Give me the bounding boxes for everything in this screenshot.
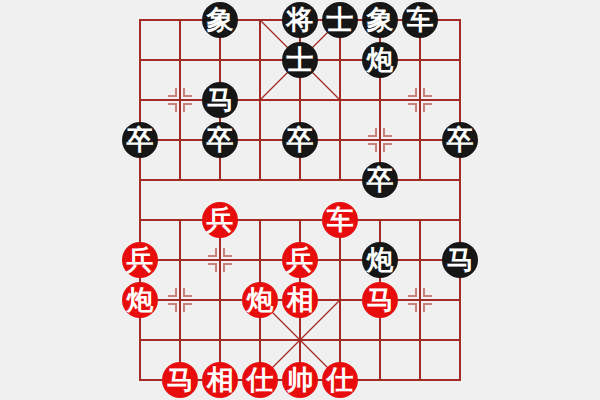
piece-glyph: 将 [287, 2, 314, 38]
piece-red-advisor[interactable]: 仕 [242, 362, 278, 398]
piece-glyph: 马 [167, 362, 194, 398]
piece-glyph: 卒 [447, 122, 474, 158]
piece-glyph: 象 [367, 2, 394, 38]
piece-black-advisor[interactable]: 士 [322, 2, 358, 38]
piece-glyph: 卒 [367, 162, 394, 198]
piece-glyph: 相 [207, 362, 234, 398]
piece-glyph: 兵 [287, 242, 314, 278]
piece-glyph: 象 [207, 2, 234, 38]
piece-red-horse[interactable]: 马 [362, 282, 398, 318]
piece-black-soldier[interactable]: 卒 [442, 122, 478, 158]
piece-glyph: 兵 [127, 242, 154, 278]
piece-glyph: 帅 [287, 362, 314, 398]
piece-black-elephant[interactable]: 象 [202, 2, 238, 38]
piece-black-chariot[interactable]: 车 [402, 2, 438, 38]
piece-black-soldier[interactable]: 卒 [362, 162, 398, 198]
piece-red-general[interactable]: 帅 [282, 362, 318, 398]
piece-glyph: 马 [447, 242, 474, 278]
piece-glyph: 士 [287, 42, 314, 78]
xiangqi-board[interactable]: 象将士象车士炮马卒卒卒卒卒兵车兵兵炮马炮炮相马马相仕帅仕 [0, 0, 600, 400]
piece-red-soldier[interactable]: 兵 [122, 242, 158, 278]
piece-black-cannon[interactable]: 炮 [362, 42, 398, 78]
piece-glyph: 炮 [127, 282, 154, 318]
piece-black-advisor[interactable]: 士 [282, 42, 318, 78]
piece-black-soldier[interactable]: 卒 [282, 122, 318, 158]
piece-glyph: 卒 [287, 122, 314, 158]
piece-red-cannon[interactable]: 炮 [122, 282, 158, 318]
piece-red-elephant[interactable]: 相 [202, 362, 238, 398]
piece-black-cannon[interactable]: 炮 [362, 242, 398, 278]
piece-red-cannon[interactable]: 炮 [242, 282, 278, 318]
piece-glyph: 兵 [207, 202, 234, 238]
piece-black-horse[interactable]: 马 [442, 242, 478, 278]
piece-black-soldier[interactable]: 卒 [122, 122, 158, 158]
piece-glyph: 马 [367, 282, 394, 318]
piece-glyph: 卒 [207, 122, 234, 158]
piece-red-chariot[interactable]: 车 [322, 202, 358, 238]
piece-glyph: 炮 [367, 242, 394, 278]
piece-glyph: 车 [407, 2, 434, 38]
piece-red-horse[interactable]: 马 [162, 362, 198, 398]
piece-glyph: 炮 [247, 282, 274, 318]
piece-glyph: 卒 [127, 122, 154, 158]
piece-red-soldier[interactable]: 兵 [202, 202, 238, 238]
piece-glyph: 马 [207, 82, 234, 118]
piece-red-soldier[interactable]: 兵 [282, 242, 318, 278]
piece-black-elephant[interactable]: 象 [362, 2, 398, 38]
piece-red-elephant[interactable]: 相 [282, 282, 318, 318]
piece-glyph: 仕 [247, 362, 274, 398]
piece-black-soldier[interactable]: 卒 [202, 122, 238, 158]
piece-black-horse[interactable]: 马 [202, 82, 238, 118]
piece-red-advisor[interactable]: 仕 [322, 362, 358, 398]
piece-glyph: 相 [287, 282, 314, 318]
piece-glyph: 士 [327, 2, 354, 38]
piece-black-general[interactable]: 将 [282, 2, 318, 38]
piece-glyph: 炮 [367, 42, 394, 78]
piece-glyph: 仕 [327, 362, 354, 398]
piece-glyph: 车 [327, 202, 354, 238]
